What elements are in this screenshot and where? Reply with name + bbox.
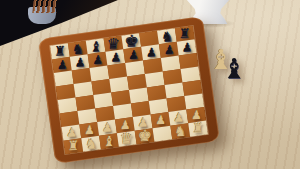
chessboard: ♜♞♝♛♚♞♜♟♟♟♟♟♟♟♟♟♟♟♟♟♟♟♟♜♞♝♛♚♞♜ [38, 16, 220, 164]
piece-white-rook[interactable]: ♜ [192, 120, 204, 138]
piece-white-queen[interactable]: ♛ [120, 129, 134, 147]
square-d1[interactable]: ♛ [117, 131, 137, 147]
piece-white-bishop[interactable]: ♝ [102, 132, 115, 150]
incense-sticks [32, 0, 57, 13]
board-frame: ♜♞♝♛♚♞♜♟♟♟♟♟♟♟♟♟♟♟♟♟♟♟♟♜♞♝♛♚♞♜ [38, 16, 220, 164]
board-grid: ♜♞♝♛♚♞♜♟♟♟♟♟♟♟♟♟♟♟♟♟♟♟♟♜♞♝♛♚♞♜ [50, 26, 208, 154]
square-e1[interactable]: ♚ [135, 128, 155, 144]
square-g1[interactable]: ♞ [170, 123, 190, 139]
square-f1[interactable] [153, 126, 173, 142]
photo-scene: ♜♞♝♛♚♞♜♟♟♟♟♟♟♟♟♟♟♟♟♟♟♟♟♜♞♝♛♚♞♜ ♝ ♝ [0, 0, 300, 169]
square-b1[interactable]: ♞ [81, 136, 101, 152]
piece-white-knight[interactable]: ♞ [84, 135, 97, 153]
offboard-black-bishop[interactable]: ♝ [222, 55, 246, 82]
square-h1[interactable]: ♜ [188, 121, 208, 137]
piece-white-knight[interactable]: ♞ [174, 122, 187, 140]
square-a1[interactable]: ♜ [63, 138, 83, 154]
piece-white-king[interactable]: ♚ [137, 127, 152, 145]
piece-white-rook[interactable]: ♜ [67, 137, 79, 155]
square-c1[interactable]: ♝ [99, 133, 119, 149]
